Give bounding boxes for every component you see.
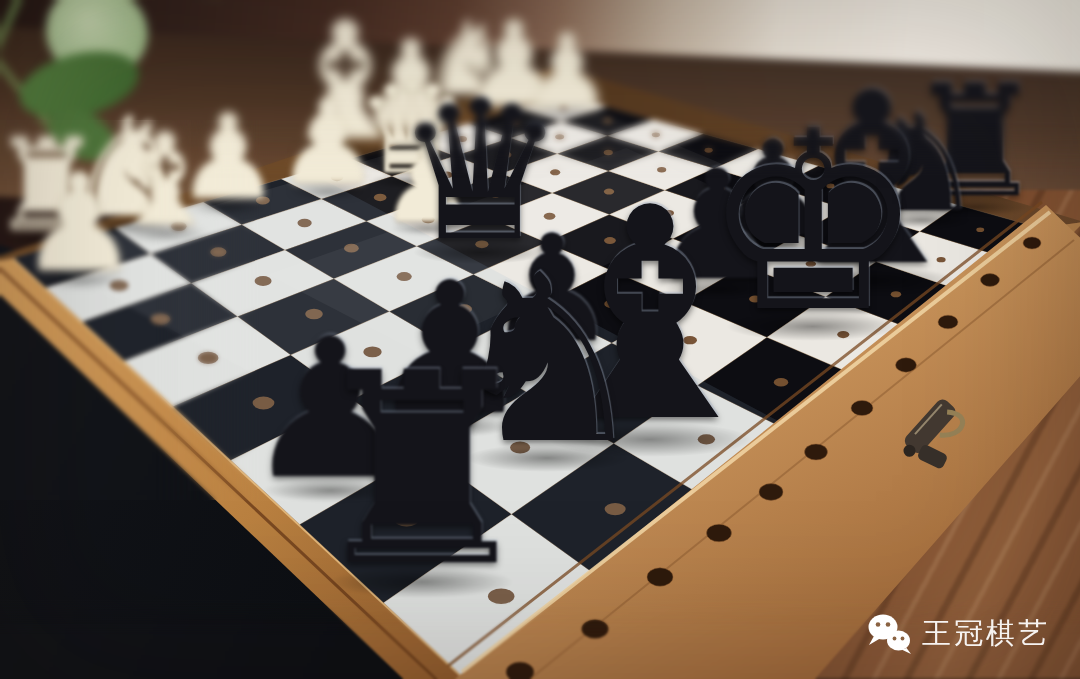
rail-hole xyxy=(1023,237,1041,249)
rail-hole xyxy=(506,662,534,679)
rail-hole xyxy=(981,274,1000,287)
piece-white-pawn[interactable]: ♟ xyxy=(275,84,380,201)
watermark: 王冠棋艺 xyxy=(867,613,1050,655)
watermark-text: 王冠棋艺 xyxy=(922,614,1050,654)
wechat-icon xyxy=(867,613,913,655)
photo-stage: ♜♟♞♝♟♟♝♟♛♞♟♟♟♛♟♟♝♞♟♜♟♟♚♝♞♜ 王冠棋艺 xyxy=(0,0,1080,679)
rail-hole xyxy=(851,400,873,415)
piece-black-rook[interactable]: ♜ xyxy=(303,338,541,603)
rail-hole xyxy=(759,484,783,501)
rail-hole xyxy=(647,568,673,586)
rail-hole xyxy=(805,444,828,460)
piece-white-pawn[interactable]: ♟ xyxy=(18,156,139,291)
rail-hole xyxy=(582,619,609,638)
rail-hole xyxy=(707,524,732,542)
